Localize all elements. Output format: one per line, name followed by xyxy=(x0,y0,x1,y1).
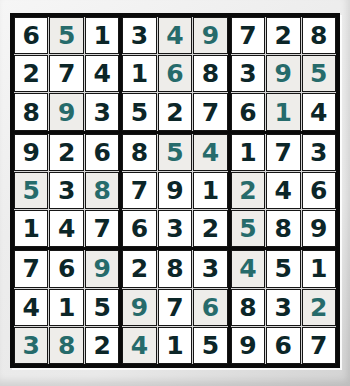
cell-r1c2[interactable]: 5 xyxy=(49,17,83,54)
cell-r4c1[interactable]: 9 xyxy=(14,134,48,171)
cell-r2c4[interactable]: 1 xyxy=(122,55,156,92)
box-8: 283976415 xyxy=(122,250,227,364)
cell-r1c6[interactable]: 9 xyxy=(193,17,227,54)
cell-r8c5[interactable]: 7 xyxy=(158,289,192,326)
cell-r2c8[interactable]: 9 xyxy=(266,55,300,92)
cell-r8c8[interactable]: 3 xyxy=(266,289,300,326)
cell-r4c8[interactable]: 7 xyxy=(266,134,300,171)
cell-r3c1[interactable]: 8 xyxy=(14,93,48,130)
cell-r5c5[interactable]: 9 xyxy=(158,172,192,209)
cell-r8c4[interactable]: 9 xyxy=(122,289,156,326)
cell-r1c5[interactable]: 4 xyxy=(158,17,192,54)
cell-r1c4[interactable]: 3 xyxy=(122,17,156,54)
cell-r7c2[interactable]: 6 xyxy=(49,250,83,287)
cell-r1c3[interactable]: 1 xyxy=(85,17,119,54)
cell-r1c8[interactable]: 2 xyxy=(266,17,300,54)
cell-r6c9[interactable]: 9 xyxy=(302,210,336,247)
cell-r7c7[interactable]: 4 xyxy=(231,250,265,287)
cell-r8c9[interactable]: 2 xyxy=(302,289,336,326)
cell-r8c3[interactable]: 5 xyxy=(85,289,119,326)
cell-r7c8[interactable]: 5 xyxy=(266,250,300,287)
cell-r4c5[interactable]: 5 xyxy=(158,134,192,171)
box-1: 651274893 xyxy=(14,17,119,131)
cell-r9c2[interactable]: 8 xyxy=(49,327,83,364)
cell-r1c7[interactable]: 7 xyxy=(231,17,265,54)
cell-r5c9[interactable]: 6 xyxy=(302,172,336,209)
cell-r6c7[interactable]: 5 xyxy=(231,210,265,247)
cell-r5c1[interactable]: 5 xyxy=(14,172,48,209)
box-3: 728395614 xyxy=(231,17,336,131)
cell-r2c7[interactable]: 3 xyxy=(231,55,265,92)
cell-r3c4[interactable]: 5 xyxy=(122,93,156,130)
cell-r6c2[interactable]: 4 xyxy=(49,210,83,247)
box-2: 349168527 xyxy=(122,17,227,131)
box-5: 854791632 xyxy=(122,134,227,248)
cell-r8c6[interactable]: 6 xyxy=(193,289,227,326)
cell-r7c4[interactable]: 2 xyxy=(122,250,156,287)
cell-r6c4[interactable]: 6 xyxy=(122,210,156,247)
cell-r6c8[interactable]: 8 xyxy=(266,210,300,247)
cell-r4c2[interactable]: 2 xyxy=(49,134,83,171)
cell-r1c9[interactable]: 8 xyxy=(302,17,336,54)
cell-r4c6[interactable]: 4 xyxy=(193,134,227,171)
cell-r6c1[interactable]: 1 xyxy=(14,210,48,247)
cell-r9c3[interactable]: 2 xyxy=(85,327,119,364)
cell-r5c7[interactable]: 2 xyxy=(231,172,265,209)
cell-r9c4[interactable]: 4 xyxy=(122,327,156,364)
cell-r7c3[interactable]: 9 xyxy=(85,250,119,287)
cell-r9c5[interactable]: 1 xyxy=(158,327,192,364)
cell-r6c5[interactable]: 3 xyxy=(158,210,192,247)
cell-r3c3[interactable]: 3 xyxy=(85,93,119,130)
cell-r2c5[interactable]: 6 xyxy=(158,55,192,92)
box-9: 451832967 xyxy=(231,250,336,364)
page-background: 6512748933491685277283956149265381478547… xyxy=(0,0,350,386)
cell-r7c5[interactable]: 8 xyxy=(158,250,192,287)
cell-r9c1[interactable]: 3 xyxy=(14,327,48,364)
cell-r2c3[interactable]: 4 xyxy=(85,55,119,92)
cell-r4c3[interactable]: 6 xyxy=(85,134,119,171)
cell-r3c8[interactable]: 1 xyxy=(266,93,300,130)
cell-r4c4[interactable]: 8 xyxy=(122,134,156,171)
cell-r8c1[interactable]: 4 xyxy=(14,289,48,326)
box-4: 926538147 xyxy=(14,134,119,248)
cell-r2c1[interactable]: 2 xyxy=(14,55,48,92)
cell-r3c7[interactable]: 6 xyxy=(231,93,265,130)
cell-r9c8[interactable]: 6 xyxy=(266,327,300,364)
cell-r9c6[interactable]: 5 xyxy=(193,327,227,364)
cell-r8c2[interactable]: 1 xyxy=(49,289,83,326)
cell-r7c1[interactable]: 7 xyxy=(14,250,48,287)
cell-r2c6[interactable]: 8 xyxy=(193,55,227,92)
cell-r5c4[interactable]: 7 xyxy=(122,172,156,209)
cell-r1c1[interactable]: 6 xyxy=(14,17,48,54)
cell-r4c7[interactable]: 1 xyxy=(231,134,265,171)
cell-r8c7[interactable]: 8 xyxy=(231,289,265,326)
cell-r9c9[interactable]: 7 xyxy=(302,327,336,364)
box-6: 173246589 xyxy=(231,134,336,248)
cell-r4c9[interactable]: 3 xyxy=(302,134,336,171)
cell-r3c2[interactable]: 9 xyxy=(49,93,83,130)
cell-r2c2[interactable]: 7 xyxy=(49,55,83,92)
cell-r7c9[interactable]: 1 xyxy=(302,250,336,287)
cell-r2c9[interactable]: 5 xyxy=(302,55,336,92)
cell-r3c9[interactable]: 4 xyxy=(302,93,336,130)
cell-r5c3[interactable]: 8 xyxy=(85,172,119,209)
box-7: 769415382 xyxy=(14,250,119,364)
cell-r9c7[interactable]: 9 xyxy=(231,327,265,364)
cell-r7c6[interactable]: 3 xyxy=(193,250,227,287)
cell-r3c6[interactable]: 7 xyxy=(193,93,227,130)
cell-r5c6[interactable]: 1 xyxy=(193,172,227,209)
cell-r3c5[interactable]: 2 xyxy=(158,93,192,130)
sudoku-board: 6512748933491685277283956149265381478547… xyxy=(10,13,340,368)
cell-r6c6[interactable]: 2 xyxy=(193,210,227,247)
cell-r6c3[interactable]: 7 xyxy=(85,210,119,247)
cell-r5c8[interactable]: 4 xyxy=(266,172,300,209)
cell-r5c2[interactable]: 3 xyxy=(49,172,83,209)
